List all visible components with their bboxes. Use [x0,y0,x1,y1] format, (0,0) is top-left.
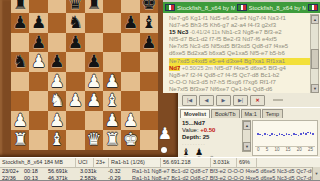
white-piece-n: ♞ [48,91,66,111]
scroll-up-icon[interactable]: ▲ [311,15,319,24]
x-tick-label: 5 [266,147,269,152]
white-piece-p: ♟ [48,72,66,92]
square-a7[interactable]: ♟ [11,13,29,33]
eval-dot [262,135,264,137]
square-h4[interactable] [140,72,158,92]
square-b1[interactable] [29,130,47,150]
scrollbar-thumb[interactable] [311,49,319,69]
square-a4[interactable] [11,72,29,92]
square-a8[interactable]: ♜ [11,0,29,13]
pv-text: O-O-O Nc3-d5 h7-h5 f5xg6 f7xg6 Rf1-f7 [169,79,276,85]
engine-white-name: Stockfish_8_x64 by Marco C [177,5,235,11]
engine-cell-nps: 3.031k [78,168,106,175]
eval-dot [300,133,302,135]
square-e8[interactable]: ♜ [85,0,103,13]
white-piece-p: ♟ [85,91,103,111]
square-d1[interactable] [66,130,84,150]
tab-movelist[interactable]: Movelist [180,109,210,118]
white-piece-k: ♚ [121,130,139,150]
square-f2[interactable]: ♟ [103,111,121,131]
eval-dot [312,133,314,135]
pv-text: Ne7xf5 Bf3xe7 Nf6xe7 Qe1-b4 Qd8-d6 [169,86,272,92]
x-tick-label: 15 [286,147,291,152]
square-d3[interactable]: ♟ [66,91,84,111]
black-piece-k: ♚ [140,0,158,13]
x-tick-label: 10 [274,147,279,152]
square-h8[interactable]: ♚ [140,0,158,13]
notation-line[interactable]: O-O-O Nc3-d5 h7-h5 f5xg6 f7xg6 Rf1-f7 [169,79,311,86]
white-piece-b: ♝ [48,130,66,150]
white-piece-p: ♟ [11,111,29,131]
engine-header-cell: UCI [76,158,94,167]
square-e1[interactable]: ♛ [85,130,103,150]
eval-dot [264,133,266,135]
black-piece-r: ♜ [11,0,29,13]
square-g5[interactable] [121,52,139,72]
black-piece-p: ♟ [66,33,84,53]
white-piece-p: ♟ [103,72,121,92]
eval-dot [310,132,312,134]
evaluation-chart: 0510152025 [252,120,318,156]
spinner-down-icon[interactable]: ▼ [243,142,251,151]
engine-cell-nodes: 46.371k [46,175,78,181]
square-e3[interactable]: ♟ [85,91,103,111]
square-f4[interactable]: ♟ [103,72,121,92]
notation-line[interactable]: Ng8-e7 f2-f4 Qd8-c7 f4-f5 Qc7-d8 Bc1-b2 [169,72,311,79]
x-tick-label: 25 [308,147,313,152]
square-e4[interactable]: ♟ [85,72,103,92]
notation-pane[interactable]: Ne7-g6 Kg1-f1 Nd5-e6 e3-e4 Ng7-f4 Na3-f1… [163,13,320,93]
square-h5[interactable] [140,52,158,72]
back-button[interactable]: ◀ [199,95,214,106]
notation-line[interactable]: Ne7xf5 Bf3xe7 Nf6xe7 Qe1-b4 Qd8-d6 [169,86,311,93]
square-d8[interactable]: ♛ [66,0,84,13]
engine-header-cell: Ra1-b1 (1/26) [109,158,161,167]
current-move-info: 15...Nd7 Value: +0.50 Depth: 25 ········… [182,120,242,147]
eval-dot [286,133,288,135]
white-piece-p: ♟ [103,111,121,131]
square-b7[interactable]: ♟ [29,13,47,33]
engine-pv-row[interactable]: 22/3600:1346.371k2.582k-0.29Ra1-b1 Ng8-e… [0,175,320,181]
square-a2[interactable]: ♟ [11,111,29,131]
square-g2[interactable]: ♟ [121,111,139,131]
eval-dot [274,134,276,136]
square-h3[interactable] [140,91,158,111]
black-piece-p: ♟ [48,52,66,72]
engine-header-cell: 3.031k [211,158,237,167]
chess-board[interactable]: ♜♛♜♚♟♟♞♟♝♟♟♟♞♟♟♟♟♟♟♞♟♟♝♟♟♟♟♜♝♛♜♚ [11,0,158,150]
square-f6[interactable] [103,33,121,53]
black-piece-q: ♛ [66,0,84,13]
white-piece-b: ♝ [103,91,121,111]
notation-line[interactable]: d6xe5 Bd2xa5 b6xa5 Qe1xa5 Nf5-e7 b5-b6 [169,50,311,57]
analysis-info-window: MovelistBook/TbMa:1Temp 15...Nd7 Value: … [178,107,320,158]
square-g1[interactable]: ♚ [121,130,139,150]
square-a1[interactable]: ♜ [11,130,29,150]
last-move-label: 15...Nd7 [182,120,242,127]
square-b2[interactable] [29,111,47,131]
notation-window: Stockfish_8_x64 by Marco C Stockfish_8_x… [163,0,320,93]
delete-button[interactable]: ✕ [250,95,265,106]
engine-cell-time: 00:18 [22,168,46,175]
black-piece-p: ♟ [121,13,139,33]
square-c5[interactable]: ♟ [48,52,66,72]
engine-scrollbar[interactable]: ▼ [312,167,320,180]
eval-text: -0.41/24 11s [188,29,221,35]
square-g8[interactable] [121,0,139,13]
move-text: 15 Nc3 [169,29,188,35]
white-piece-p: ♟ [29,52,47,72]
black-piece-p: ♟ [11,13,29,33]
pv-text: Nf5-d7 f4xe5 d6xe5 Bf3-g4 [214,65,286,71]
pv-text: d6xe5 Bd2xa5 b6xa5 Qe1xa5 Nf5-e7 b5-b6 [169,50,285,56]
eval-dot [267,134,269,136]
square-e2[interactable] [85,111,103,131]
scroll-down-icon[interactable]: ▼ [315,171,319,176]
window-top-edge [163,0,320,2]
eval-dot [307,132,309,134]
square-d6[interactable]: ♟ [66,33,84,53]
italian-flag-icon [165,4,175,11]
square-a5[interactable]: ♞ [11,52,29,72]
notation-line[interactable]: Ne7xd5 c4xd5 e5-e4 d3xe4 Bg7xa1 Rf1xa1 [169,58,311,65]
eval-dot [279,133,281,135]
eval-dot [298,135,300,137]
square-b3[interactable] [29,91,47,111]
eval-dot [257,133,259,135]
engine-pv-rows[interactable]: 23/02+00:1856.691k3.031k-0.32Ra1-b1 Ng8-… [0,168,320,181]
engine-header-cell: Stockfish_8_x64 184 MB [0,158,76,167]
square-c1[interactable]: ♝ [48,130,66,150]
square-d2[interactable] [66,111,84,131]
square-f8[interactable] [103,0,121,13]
engine-cell-time: 00:13 [22,175,46,181]
side-to-move-dot-indicator [161,147,167,153]
square-g3[interactable] [121,91,139,111]
square-b8[interactable] [29,0,47,13]
square-g7[interactable]: ♟ [121,13,139,33]
engine-header-cell: 69% [237,158,257,167]
white-piece-p: ♟ [85,72,103,92]
engine-cell-nps: 2.582k [78,175,106,181]
chart-baseline [255,146,315,147]
game-title-bar: Stockfish_8_x64 by Marco C Stockfish_8_x… [163,2,320,13]
tab-book-tb[interactable]: Book/Tb [211,109,239,118]
pv-text: Ne7xf5 Nc3-d5 Nf5xd5 Bf3xd5 Qd8-d7 f4xe5 [169,43,288,49]
white-piece-p: ♟ [121,111,139,131]
notation-line[interactable]: 15 Nc3 -0.41/24 11s Nb1-c3 Ng8-e7 Bf3-e2 [169,29,311,36]
go-end-button[interactable]: ▶| [233,95,248,106]
move-navigation-toolbar: |◀◀▶▶|✕ [178,93,320,107]
black-piece-p: ♟ [29,33,47,53]
depth-line: Depth: 25 [182,134,242,141]
engine-cell-pv: Ra1-b1 Ng8-e7 Bc1-d2 Qd8-c7 Bf3-e2 O-O-O… [130,168,320,175]
pv-text: Nb1-c3 Ng8-e7 Bf3-e2 [222,29,282,35]
pv-text: Ne7xd5 c4xd5 e5-e4 d3xe4 Bg7xa1 Rf1xa1 [169,58,285,64]
square-e7[interactable] [85,13,103,33]
square-c8[interactable] [48,0,66,13]
eval-dot [303,132,305,134]
square-b5[interactable]: ♟ [29,52,47,72]
black-piece-n: ♞ [11,52,29,72]
engine-header-row: Stockfish_8_x64 184 MBUCI23+Ra1-b1 (1/26… [0,158,320,168]
square-b6[interactable]: ♟ [29,33,47,53]
square-f5[interactable] [103,52,121,72]
tab-bar: MovelistBook/TbMa:1Temp [180,109,283,118]
square-c3[interactable]: ♞ [48,91,66,111]
value-line: Value: +0.50 [182,127,242,134]
engine-header-cell: 23+ [94,158,109,167]
black-piece-p: ♟ [85,52,103,72]
eval-dot [293,133,295,135]
eval-dot [305,133,307,135]
square-f1[interactable]: ♜ [103,130,121,150]
square-d7[interactable]: ♞ [66,13,84,33]
engine-cell-eval: -0.32 [106,168,130,175]
pv-text: Nf5-d7 Bc1-d2 f7-f5 Be2-f3 Nd7-f6 e4xf5 [169,36,277,42]
white-piece-p: ♟ [48,111,66,131]
go-start-button[interactable]: |◀ [182,95,197,106]
eval-dot [259,134,261,136]
black-piece-p: ♟ [140,33,158,53]
eval-dot [271,133,273,135]
chess-gui-window: ♜♛♜♚♟♟♞♟♝♟♟♟♞♟♟♟♟♟♟♞♟♟♝♟♟♟♟♜♝♛♜♚ ♟ Stock… [0,0,320,180]
square-d4[interactable] [66,72,84,92]
white-piece-p: ♟ [66,91,84,111]
pv-text: Nd7-e5 Bh3-f5 Kh6-g7 a2-a4 f4-f3 g2xf3 [169,22,276,28]
square-c6[interactable] [48,33,66,53]
eval-dot [291,135,293,137]
square-c4[interactable]: ♟ [48,72,66,92]
square-h6[interactable]: ♟ [140,33,158,53]
black-piece-r: ♜ [85,0,103,13]
eval-dot [283,135,285,137]
engine-analysis-panel: Stockfish_8_x64 184 MBUCI23+Ra1-b1 (1/26… [0,157,320,180]
tab-ma-1[interactable]: Ma:1 [241,109,261,118]
white-piece-r: ♜ [11,130,29,150]
square-h1[interactable] [140,130,158,150]
engine-header-cell: 56.691.218 [161,158,211,167]
tab-temp[interactable]: Temp [262,109,283,118]
eval-dot [281,134,283,136]
square-b4[interactable] [29,72,47,92]
toolbar-divider [273,99,283,101]
engine-cell-depth: 23/02+ [0,168,22,175]
eval-dot [288,134,290,136]
italian-flag-icon [308,4,318,11]
square-a3[interactable] [11,91,29,111]
square-c7[interactable] [48,13,66,33]
notation-scrollbar[interactable]: ▲ ▼ [310,14,319,94]
eval-dot [269,135,271,137]
notation-line[interactable]: Ne7xf5 Nc3-d5 Nf5xd5 Bf3xd5 Qd8-d7 f4xe5 [169,43,311,50]
square-g4[interactable] [121,72,139,92]
pv-text: Ne7-g6 Kg1-f1 Nd5-e6 e3-e4 Ng7-f4 Na3-f1 [169,15,286,21]
square-h2[interactable] [140,111,158,131]
engine-cell-nodes: 56.691k [46,168,78,175]
square-e6[interactable] [85,33,103,53]
notation-line[interactable]: Nd7-e5 Bh3-f5 Kh6-g7 a2-a4 f4-f3 g2xf3 [169,22,311,29]
eval-value: +0.50 [200,127,215,133]
engine-black-name: Stockfish_8_x64 by Marco C [249,5,307,11]
white-piece-q: ♛ [85,130,103,150]
depth-spinner[interactable]: ▲ ▼ [242,120,251,152]
chart-x-axis: 0510152025 [253,147,317,152]
engine-pv-row[interactable]: 23/02+00:1856.691k3.031k-0.32Ra1-b1 Ng8-… [0,168,320,175]
black-piece-b: ♝ [140,13,158,33]
square-h7[interactable]: ♝ [140,13,158,33]
black-piece-n: ♞ [66,13,84,33]
x-tick-label: 0 [257,147,260,152]
eval-dot [276,135,278,137]
square-a6[interactable] [11,33,29,53]
scroll-down-icon[interactable]: ▼ [311,84,319,93]
engine-cell-depth: 22/36 [0,175,22,181]
forward-button[interactable]: ▶ [216,95,231,106]
square-f3[interactable]: ♝ [103,91,121,111]
side-to-move-pawn-icon: ♟ [157,124,173,144]
eval-dot [295,134,297,136]
square-c2[interactable]: ♟ [48,111,66,131]
notation-line[interactable]: Nd7 +0.50/25 2m Nf5-d7 f4xe5 d6xe5 Bf3-g… [169,65,311,72]
move-text: Nd7 [169,65,180,71]
pv-text: Ng8-e7 f2-f4 Qd8-c7 f4-f5 Qc7-d8 Bc1-b2 [169,72,279,78]
engine-cell-eval: -0.29 [106,175,130,181]
engine-cell-pv: Ra1-b1 Ng8-e7 Bc1-d2 Qd8-c7 Bf3-e2 O-O-O… [130,175,320,181]
spinner-up-icon[interactable]: ▲ [243,121,251,130]
italian-flag-icon [237,4,247,11]
white-piece-r: ♜ [103,130,121,150]
square-d5[interactable] [66,52,84,72]
notation-line[interactable]: Ne7-g6 Kg1-f1 Nd5-e6 e3-e4 Ng7-f4 Na3-f1 [169,15,311,22]
square-f7[interactable] [103,13,121,33]
square-g6[interactable] [121,33,139,53]
depth-value: 25 [203,134,210,140]
x-tick-label: 20 [297,147,302,152]
black-piece-p: ♟ [29,13,47,33]
square-e5[interactable]: ♟ [85,52,103,72]
eval-text: +0.50/25 2m [180,65,214,71]
notation-line[interactable]: Nf5-d7 Bc1-d2 f7-f5 Be2-f3 Nd7-f6 e4xf5 [169,36,311,43]
